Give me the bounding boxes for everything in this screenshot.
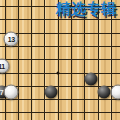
grid-line-horizontal <box>0 19 120 20</box>
white-stone[interactable] <box>4 85 19 100</box>
grid-line-horizontal <box>0 73 120 74</box>
white-stone[interactable]: 13 <box>4 32 19 47</box>
black-stone[interactable] <box>98 86 111 99</box>
grid-line-horizontal <box>0 59 120 60</box>
black-stone[interactable] <box>45 86 58 99</box>
star-point-icon <box>56 71 59 74</box>
grid-line-horizontal <box>0 99 120 100</box>
black-stone[interactable] <box>84 73 97 86</box>
go-board-screenshot: 13117 精选专辑 <box>0 0 120 120</box>
grid-line-horizontal <box>0 112 120 113</box>
white-stone[interactable] <box>110 85 120 100</box>
stone-move-number: 13 <box>8 36 15 43</box>
watermark-text: 精选专辑 <box>56 0 116 19</box>
grid-line-horizontal <box>0 46 120 47</box>
grid-line-horizontal <box>0 33 120 34</box>
white-stone[interactable]: 11 <box>0 58 9 73</box>
stone-move-number: 11 <box>0 62 5 69</box>
